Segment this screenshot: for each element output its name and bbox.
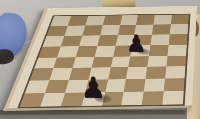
square-g1[interactable] bbox=[142, 91, 164, 105]
black-pawn-d1[interactable]: ♟ bbox=[81, 77, 105, 102]
square-e4[interactable] bbox=[110, 56, 131, 68]
square-g3[interactable] bbox=[146, 67, 167, 79]
square-h6[interactable] bbox=[169, 34, 188, 45]
square-f2[interactable] bbox=[124, 79, 146, 92]
square-h8[interactable] bbox=[171, 14, 189, 24]
square-e8[interactable] bbox=[119, 15, 138, 25]
square-f3[interactable] bbox=[127, 67, 148, 79]
square-h2[interactable] bbox=[164, 79, 185, 92]
square-h3[interactable] bbox=[165, 67, 185, 79]
square-e3[interactable] bbox=[107, 67, 129, 79]
square-h4[interactable] bbox=[167, 55, 187, 67]
square-g7[interactable] bbox=[152, 24, 171, 34]
square-h7[interactable] bbox=[170, 24, 188, 34]
square-f4[interactable] bbox=[129, 56, 150, 68]
square-f1[interactable] bbox=[122, 92, 144, 106]
black-pawn-f5[interactable]: ♟ bbox=[125, 33, 147, 55]
square-e2[interactable] bbox=[104, 79, 126, 92]
square-g5[interactable] bbox=[149, 45, 169, 56]
square-g4[interactable] bbox=[148, 55, 168, 67]
square-h5[interactable] bbox=[168, 44, 187, 55]
square-h1[interactable] bbox=[163, 91, 184, 105]
square-g2[interactable] bbox=[144, 79, 165, 92]
table-edge-shadow bbox=[0, 114, 200, 119]
square-g6[interactable] bbox=[151, 34, 170, 45]
photo-scene: ♟ ♟ bbox=[0, 0, 200, 119]
square-f8[interactable] bbox=[137, 15, 156, 25]
square-g8[interactable] bbox=[154, 15, 172, 25]
